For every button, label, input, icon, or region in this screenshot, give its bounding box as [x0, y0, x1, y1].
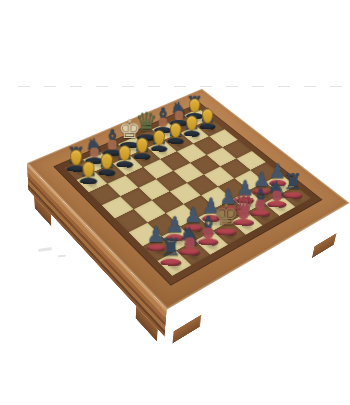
- shield-accent: [136, 137, 148, 153]
- robe-accent: [185, 237, 195, 248]
- shield-accent: [153, 130, 165, 145]
- board-frame-top: ♜♟♟♜♞♟♟♞♝♟♟♝♛♟♟♛♚♟♟♚♝♟♟♝♞♟♟♞♜♟♟♜: [27, 88, 350, 309]
- box-foot: [34, 196, 51, 226]
- shield-accent: [202, 108, 213, 123]
- shield-accent: [119, 145, 131, 161]
- rook-glyph: ♜: [156, 233, 185, 262]
- box-foot: [312, 233, 337, 258]
- robe-accent: [203, 227, 213, 238]
- shield-accent: [170, 122, 181, 137]
- piece-near-rook: ♜: [156, 233, 185, 264]
- shield-accent: [101, 153, 113, 169]
- piece-far-pawn: ♟: [76, 156, 100, 182]
- chess-set-product-photo: ♜♟♟♜♞♟♟♞♝♟♟♝♛♟♟♛♚♟♟♚♝♟♟♝♞♟♟♞♜♟♟♜: [0, 0, 350, 405]
- shield-accent: [186, 115, 197, 130]
- box-foot: [172, 314, 201, 343]
- scene: ♜♟♟♜♞♟♟♞♝♟♟♝♛♟♟♛♚♟♟♚♝♟♟♝♞♟♟♞♜♟♟♜: [0, 0, 350, 405]
- shield-accent: [82, 161, 94, 177]
- wooden-chess-box: ♜♟♟♜♞♟♟♞♝♟♟♝♛♟♟♛♚♟♟♚♝♟♟♝♞♟♟♞♜♟♟♜: [27, 88, 350, 309]
- box-foot: [136, 306, 158, 341]
